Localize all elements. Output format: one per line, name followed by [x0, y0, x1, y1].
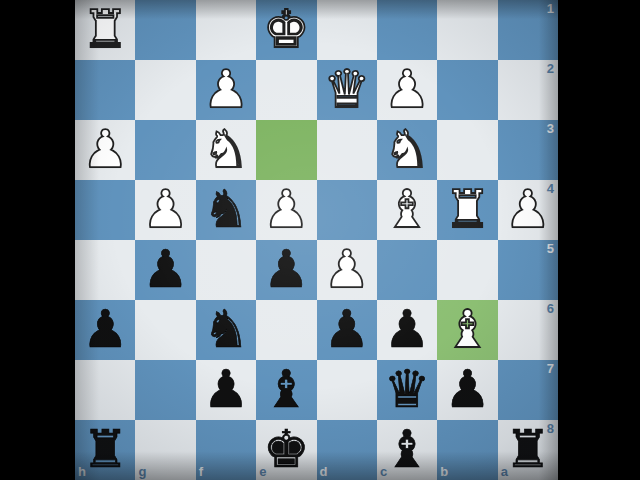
square-c2[interactable]: ♟ [377, 60, 437, 120]
square-h1[interactable]: ♜ [75, 0, 135, 60]
square-a2[interactable]: 2 [498, 60, 558, 120]
square-d2[interactable]: ♛ [317, 60, 377, 120]
black-bishop-icon[interactable]: ♝ [384, 423, 431, 475]
square-c7[interactable]: ♛ [377, 360, 437, 420]
square-a5[interactable]: 5 [498, 240, 558, 300]
square-h5[interactable] [75, 240, 135, 300]
square-a8[interactable]: 8a♜ [498, 420, 558, 480]
square-c8[interactable]: c♝ [377, 420, 437, 480]
white-king-icon[interactable]: ♚ [263, 3, 310, 55]
square-b6[interactable]: ♝ [437, 300, 497, 360]
square-h7[interactable] [75, 360, 135, 420]
square-d3[interactable] [317, 120, 377, 180]
square-g7[interactable] [135, 360, 195, 420]
file-label-a: a [501, 465, 508, 478]
black-pawn-icon[interactable]: ♟ [444, 363, 491, 415]
white-knight-icon[interactable]: ♞ [384, 123, 431, 175]
square-b4[interactable]: ♜ [437, 180, 497, 240]
rank-label-3: 3 [547, 122, 554, 135]
file-label-g: g [138, 465, 146, 478]
square-b2[interactable] [437, 60, 497, 120]
file-label-d: d [320, 465, 328, 478]
white-pawn-icon[interactable]: ♟ [263, 183, 310, 235]
black-rook-icon[interactable]: ♜ [82, 423, 129, 475]
square-h4[interactable] [75, 180, 135, 240]
white-rook-icon[interactable]: ♜ [444, 183, 491, 235]
square-g1[interactable] [135, 0, 195, 60]
square-c4[interactable]: ♝ [377, 180, 437, 240]
black-queen-icon[interactable]: ♛ [384, 363, 431, 415]
rank-label-7: 7 [547, 362, 554, 375]
white-pawn-icon[interactable]: ♟ [323, 243, 370, 295]
rank-label-2: 2 [547, 62, 554, 75]
square-c5[interactable] [377, 240, 437, 300]
square-d8[interactable]: d [317, 420, 377, 480]
white-knight-icon[interactable]: ♞ [203, 123, 250, 175]
white-bishop-icon[interactable]: ♝ [384, 183, 431, 235]
square-g3[interactable] [135, 120, 195, 180]
white-pawn-icon[interactable]: ♟ [203, 63, 250, 115]
square-e1[interactable]: ♚ [256, 0, 316, 60]
white-pawn-icon[interactable]: ♟ [505, 183, 552, 235]
square-a3[interactable]: 3 [498, 120, 558, 180]
square-e6[interactable] [256, 300, 316, 360]
rank-label-4: 4 [547, 182, 554, 195]
white-rook-icon[interactable]: ♜ [82, 3, 129, 55]
square-b7[interactable]: ♟ [437, 360, 497, 420]
rank-label-6: 6 [547, 302, 554, 315]
letterbox-right [557, 0, 640, 480]
square-a7[interactable]: 7 [498, 360, 558, 420]
rank-label-5: 5 [547, 242, 554, 255]
black-pawn-icon[interactable]: ♟ [203, 363, 250, 415]
black-knight-icon[interactable]: ♞ [203, 183, 250, 235]
square-h8[interactable]: h♜ [75, 420, 135, 480]
square-b1[interactable] [437, 0, 497, 60]
chess-board: ♜♚1♟♛♟2♟♞♞3♟♞♟♝♜4♟♟♟♟5♟♞♟♟♝6♟♝♛♟7h♜gfe♚d… [75, 0, 558, 480]
square-d7[interactable] [317, 360, 377, 420]
rank-label-1: 1 [547, 2, 554, 15]
square-c6[interactable]: ♟ [377, 300, 437, 360]
black-rook-icon[interactable]: ♜ [505, 423, 552, 475]
file-label-h: h [78, 465, 86, 478]
square-f3[interactable]: ♞ [196, 120, 256, 180]
white-bishop-icon[interactable]: ♝ [444, 303, 491, 355]
square-g4[interactable]: ♟ [135, 180, 195, 240]
square-f7[interactable]: ♟ [196, 360, 256, 420]
file-label-c: c [380, 465, 387, 478]
black-pawn-icon[interactable]: ♟ [82, 303, 129, 355]
square-e3[interactable] [256, 120, 316, 180]
letterbox-left [0, 0, 75, 480]
square-h3[interactable]: ♟ [75, 120, 135, 180]
square-f2[interactable]: ♟ [196, 60, 256, 120]
square-g8[interactable]: g [135, 420, 195, 480]
file-label-b: b [440, 465, 448, 478]
white-pawn-icon[interactable]: ♟ [82, 123, 129, 175]
square-d4[interactable] [317, 180, 377, 240]
square-f4[interactable]: ♞ [196, 180, 256, 240]
square-f8[interactable]: f [196, 420, 256, 480]
black-knight-icon[interactable]: ♞ [203, 303, 250, 355]
square-c3[interactable]: ♞ [377, 120, 437, 180]
white-pawn-icon[interactable]: ♟ [142, 183, 189, 235]
square-f6[interactable]: ♞ [196, 300, 256, 360]
square-a1[interactable]: 1 [498, 0, 558, 60]
square-b5[interactable] [437, 240, 497, 300]
square-b3[interactable] [437, 120, 497, 180]
square-h6[interactable]: ♟ [75, 300, 135, 360]
square-d6[interactable]: ♟ [317, 300, 377, 360]
square-h2[interactable] [75, 60, 135, 120]
square-g6[interactable] [135, 300, 195, 360]
white-pawn-icon[interactable]: ♟ [384, 63, 431, 115]
black-pawn-icon[interactable]: ♟ [263, 243, 310, 295]
file-label-e: e [259, 465, 266, 478]
square-c1[interactable] [377, 0, 437, 60]
black-pawn-icon[interactable]: ♟ [384, 303, 431, 355]
square-d5[interactable]: ♟ [317, 240, 377, 300]
square-e7[interactable]: ♝ [256, 360, 316, 420]
square-e5[interactable]: ♟ [256, 240, 316, 300]
square-f1[interactable] [196, 0, 256, 60]
square-a4[interactable]: 4♟ [498, 180, 558, 240]
black-pawn-icon[interactable]: ♟ [323, 303, 370, 355]
square-b8[interactable]: b [437, 420, 497, 480]
rank-label-8: 8 [547, 422, 554, 435]
square-d1[interactable] [317, 0, 377, 60]
black-bishop-icon[interactable]: ♝ [263, 363, 310, 415]
black-pawn-icon[interactable]: ♟ [142, 243, 189, 295]
square-g2[interactable] [135, 60, 195, 120]
black-king-icon[interactable]: ♚ [263, 423, 310, 475]
square-e2[interactable] [256, 60, 316, 120]
square-g5[interactable]: ♟ [135, 240, 195, 300]
square-e8[interactable]: e♚ [256, 420, 316, 480]
white-queen-icon[interactable]: ♛ [323, 63, 370, 115]
file-label-f: f [199, 465, 203, 478]
square-a6[interactable]: 6 [498, 300, 558, 360]
square-f5[interactable] [196, 240, 256, 300]
square-e4[interactable]: ♟ [256, 180, 316, 240]
